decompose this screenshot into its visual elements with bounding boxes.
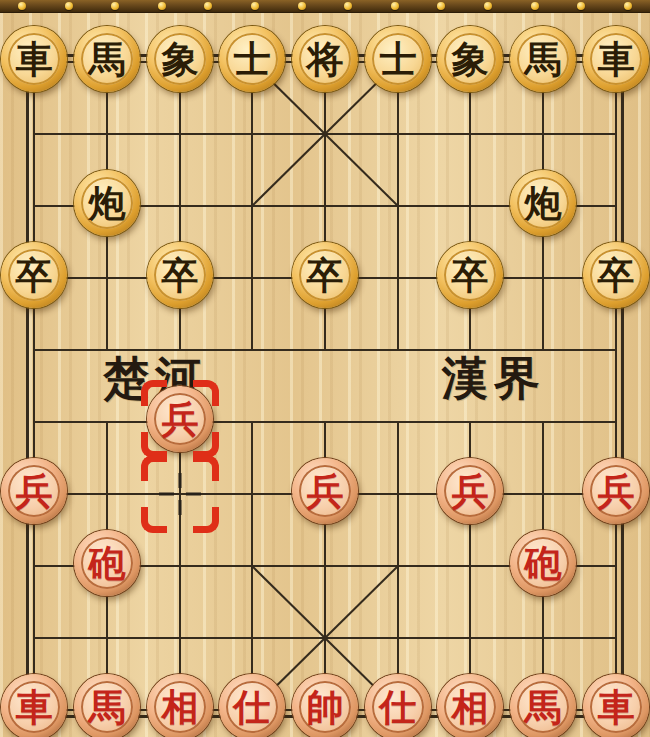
piece-character: 車 [16, 41, 53, 78]
piece-face: 将 [299, 33, 351, 85]
piece-character: 兵 [307, 473, 344, 510]
piece-red-elephant[interactable]: 相 [437, 674, 503, 737]
piece-character: 兵 [452, 473, 489, 510]
piece-red-soldier[interactable]: 兵 [583, 458, 649, 524]
piece-face: 兵 [444, 465, 496, 517]
piece-character: 馬 [89, 689, 126, 726]
piece-red-soldier[interactable]: 兵 [1, 458, 67, 524]
rail-stud-icon [298, 2, 306, 10]
piece-face: 卒 [444, 249, 496, 301]
rail-stud-icon [65, 2, 73, 10]
piece-red-cannon[interactable]: 砲 [74, 530, 140, 596]
river-label-han-jie: 漢界 [442, 355, 546, 401]
piece-character: 相 [162, 689, 199, 726]
piece-black-cannon[interactable]: 炮 [74, 170, 140, 236]
rail-stud-icon [437, 2, 445, 10]
piece-red-horse[interactable]: 馬 [74, 674, 140, 737]
piece-character: 仕 [380, 689, 417, 726]
piece-black-horse[interactable]: 馬 [510, 26, 576, 92]
piece-face: 馬 [517, 681, 569, 733]
piece-character: 兵 [16, 473, 53, 510]
piece-character: 炮 [89, 185, 126, 222]
piece-black-elephant[interactable]: 象 [437, 26, 503, 92]
rail-stud-icon [158, 2, 166, 10]
piece-black-elephant[interactable]: 象 [147, 26, 213, 92]
piece-red-horse[interactable]: 馬 [510, 674, 576, 737]
piece-face: 車 [8, 33, 60, 85]
piece-face: 卒 [299, 249, 351, 301]
rail-stud-icon [531, 2, 539, 10]
rail-stud-icon [344, 2, 352, 10]
piece-character: 士 [234, 41, 271, 78]
piece-black-soldier[interactable]: 卒 [147, 242, 213, 308]
piece-face: 馬 [517, 33, 569, 85]
rail-stud-icon [391, 2, 399, 10]
rail-stud-icon [251, 2, 259, 10]
piece-black-soldier[interactable]: 卒 [1, 242, 67, 308]
piece-face: 車 [8, 681, 60, 733]
piece-black-advisor[interactable]: 士 [365, 26, 431, 92]
piece-character: 馬 [89, 41, 126, 78]
piece-face: 兵 [154, 393, 206, 445]
piece-character: 卒 [598, 257, 635, 294]
piece-face: 仕 [372, 681, 424, 733]
piece-character: 相 [452, 689, 489, 726]
board-grid-lines[interactable] [0, 0, 650, 737]
piece-character: 馬 [525, 689, 562, 726]
piece-face: 相 [444, 681, 496, 733]
piece-character: 兵 [162, 401, 199, 438]
piece-red-advisor[interactable]: 仕 [219, 674, 285, 737]
rail-stud-icon [624, 2, 632, 10]
piece-red-general[interactable]: 帥 [292, 674, 358, 737]
piece-character: 砲 [525, 545, 562, 582]
piece-black-advisor[interactable]: 士 [219, 26, 285, 92]
rail-stud-icon [111, 2, 119, 10]
rail-stud-icon [18, 2, 26, 10]
piece-face: 士 [226, 33, 278, 85]
piece-character: 象 [452, 41, 489, 78]
rail-stud-icon [577, 2, 585, 10]
piece-character: 卒 [452, 257, 489, 294]
piece-black-general[interactable]: 将 [292, 26, 358, 92]
piece-face: 馬 [81, 681, 133, 733]
piece-face: 車 [590, 681, 642, 733]
piece-red-chariot[interactable]: 車 [1, 674, 67, 737]
piece-face: 炮 [517, 177, 569, 229]
piece-face: 車 [590, 33, 642, 85]
piece-character: 車 [16, 689, 53, 726]
piece-character: 砲 [89, 545, 126, 582]
piece-black-cannon[interactable]: 炮 [510, 170, 576, 236]
piece-face: 象 [444, 33, 496, 85]
piece-face: 帥 [299, 681, 351, 733]
piece-character: 卒 [307, 257, 344, 294]
piece-character: 士 [380, 41, 417, 78]
piece-character: 象 [162, 41, 199, 78]
piece-character: 車 [598, 689, 635, 726]
rail-stud-icon [204, 2, 212, 10]
piece-black-chariot[interactable]: 車 [1, 26, 67, 92]
piece-face: 兵 [299, 465, 351, 517]
piece-face: 卒 [590, 249, 642, 301]
piece-character: 炮 [525, 185, 562, 222]
piece-face: 兵 [8, 465, 60, 517]
xiangqi-board[interactable]: 楚河 漢界 車馬象士将士象馬車炮炮卒卒卒卒卒兵兵兵兵兵砲砲車馬相仕帥仕相馬車 [0, 0, 650, 737]
piece-black-horse[interactable]: 馬 [74, 26, 140, 92]
piece-face: 砲 [517, 537, 569, 589]
piece-character: 兵 [598, 473, 635, 510]
piece-face: 炮 [81, 177, 133, 229]
piece-face: 仕 [226, 681, 278, 733]
piece-face: 象 [154, 33, 206, 85]
piece-face: 士 [372, 33, 424, 85]
piece-face: 相 [154, 681, 206, 733]
piece-red-cannon[interactable]: 砲 [510, 530, 576, 596]
piece-character: 仕 [234, 689, 271, 726]
piece-black-chariot[interactable]: 車 [583, 26, 649, 92]
piece-black-soldier[interactable]: 卒 [583, 242, 649, 308]
piece-character: 卒 [16, 257, 53, 294]
piece-face: 馬 [81, 33, 133, 85]
piece-red-soldier[interactable]: 兵 [292, 458, 358, 524]
piece-black-soldier[interactable]: 卒 [292, 242, 358, 308]
piece-red-soldier[interactable]: 兵 [147, 386, 213, 452]
piece-character: 車 [598, 41, 635, 78]
piece-red-elephant[interactable]: 相 [147, 674, 213, 737]
piece-red-advisor[interactable]: 仕 [365, 674, 431, 737]
piece-character: 将 [307, 41, 344, 78]
piece-black-soldier[interactable]: 卒 [437, 242, 503, 308]
piece-character: 帥 [307, 689, 344, 726]
piece-character: 卒 [162, 257, 199, 294]
piece-face: 砲 [81, 537, 133, 589]
piece-red-chariot[interactable]: 車 [583, 674, 649, 737]
rail-stud-icon [484, 2, 492, 10]
piece-character: 馬 [525, 41, 562, 78]
board-top-rail [0, 0, 650, 13]
piece-red-soldier[interactable]: 兵 [437, 458, 503, 524]
piece-face: 兵 [590, 465, 642, 517]
piece-face: 卒 [8, 249, 60, 301]
piece-face: 卒 [154, 249, 206, 301]
